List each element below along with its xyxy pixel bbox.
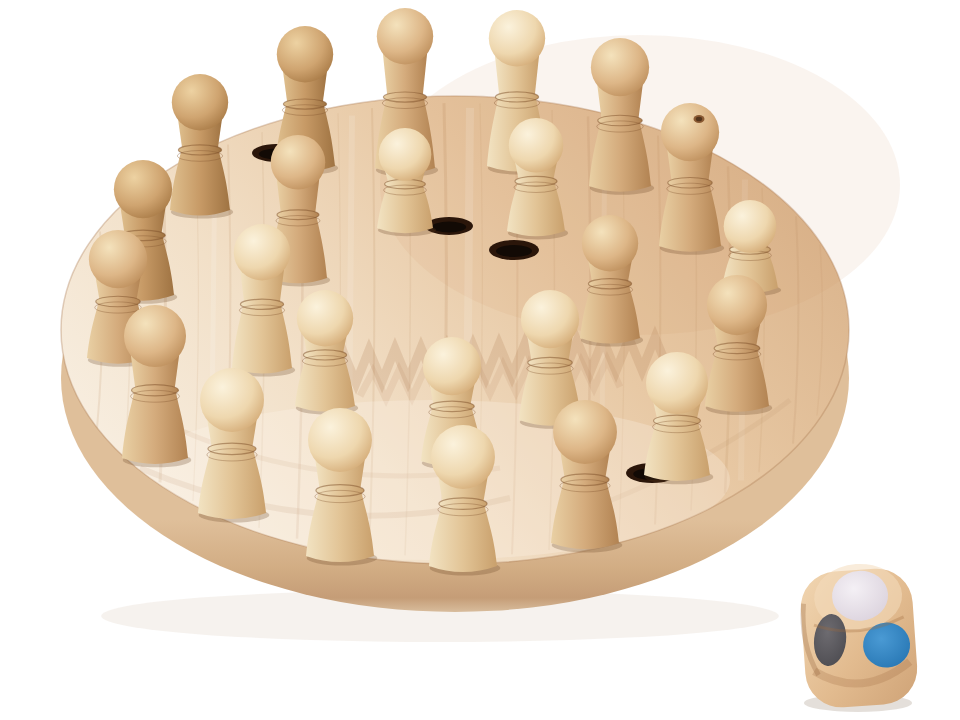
colour-die-area — [798, 560, 920, 712]
pawn-head — [172, 74, 228, 130]
pawn-head — [646, 352, 708, 414]
pawn-head — [114, 160, 172, 218]
photo-stage — [0, 0, 960, 720]
pawn-neck-ring — [385, 179, 426, 189]
pawn-head — [423, 337, 481, 395]
pawn-head — [724, 200, 777, 253]
color-die[interactable] — [798, 560, 920, 709]
pawn-body — [232, 304, 292, 373]
pawn-head — [489, 10, 545, 66]
pawn-head — [277, 26, 333, 82]
pawn-body — [377, 184, 433, 233]
pawn-head — [509, 118, 564, 173]
pawn-body — [170, 150, 230, 216]
pawn-neck-ring — [383, 92, 426, 102]
pawn-head — [297, 290, 353, 346]
pawn-head — [200, 368, 264, 432]
pawn-head — [582, 215, 638, 271]
pawn-head — [89, 230, 147, 288]
pawn-head — [308, 408, 372, 472]
pawn-body — [580, 284, 640, 344]
pawn-head — [431, 425, 495, 489]
pawn-neck-ring — [283, 99, 326, 109]
pawn-head — [377, 8, 433, 64]
pawn-neck-ring — [515, 176, 557, 186]
pawn-head — [591, 38, 649, 96]
pawn-head — [707, 275, 767, 335]
memory-chess-scene — [0, 0, 960, 720]
pawn-head — [271, 135, 326, 190]
pawn-head — [379, 128, 432, 181]
pawn-head — [234, 224, 290, 280]
pawn-neck-ring — [178, 145, 221, 155]
pawn-head — [553, 400, 617, 464]
pawn-neck-ring — [303, 350, 346, 360]
pawn-neck-ring — [277, 210, 319, 220]
pawn-neck-ring — [588, 279, 631, 289]
pawn-head — [521, 290, 579, 348]
pawn-head — [661, 103, 719, 161]
pawn-neck-ring — [240, 299, 283, 309]
pawn-neck-ring — [495, 92, 538, 102]
board-hole — [489, 240, 539, 260]
pawn-head — [124, 305, 186, 367]
